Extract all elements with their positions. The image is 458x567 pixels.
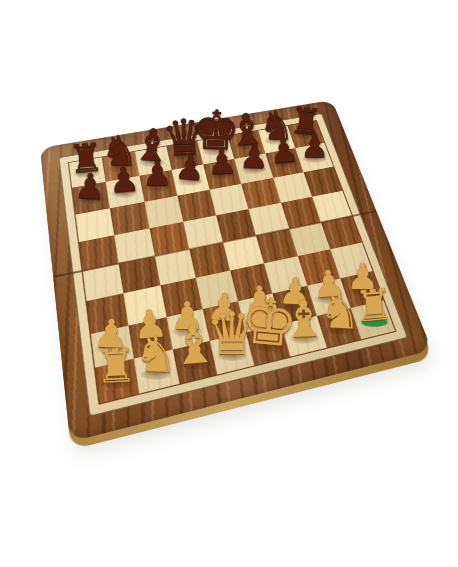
photo-background: ♜♞♝♛♚♝♞♜♟♟♟♟♟♟♟♟♟♟♟♟♟♟♟♟♜♞♝♛♚♝♞♜ xyxy=(0,0,458,567)
chess-board xyxy=(40,100,432,442)
board-plane-wrap xyxy=(0,0,458,567)
